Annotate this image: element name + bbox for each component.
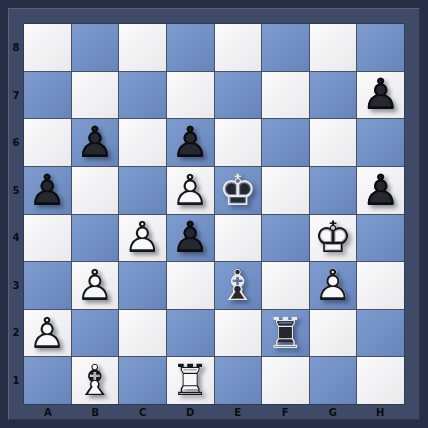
piece-glyph-outline: ♙ bbox=[76, 121, 115, 164]
square-d5[interactable]: ♟♙ bbox=[167, 167, 214, 214]
square-h5[interactable]: ♟♙ bbox=[357, 167, 404, 214]
piece-bP-b6[interactable]: ♟♙ bbox=[72, 119, 119, 166]
rank-label-4: 4 bbox=[8, 214, 24, 262]
square-a3[interactable] bbox=[24, 262, 71, 309]
square-e5[interactable]: ♚♔ bbox=[215, 167, 262, 214]
square-a8[interactable] bbox=[24, 24, 71, 71]
file-label-b: B bbox=[72, 404, 120, 420]
square-d3[interactable] bbox=[167, 262, 214, 309]
square-c2[interactable] bbox=[119, 310, 166, 357]
piece-wP-g3[interactable]: ♟♙ bbox=[310, 262, 357, 309]
piece-glyph-outline: ♙ bbox=[361, 169, 400, 212]
file-label-g: G bbox=[309, 404, 357, 420]
square-d7[interactable] bbox=[167, 72, 214, 119]
piece-wP-c4[interactable]: ♟♙ bbox=[119, 215, 166, 262]
square-g2[interactable] bbox=[310, 310, 357, 357]
square-f1[interactable] bbox=[262, 357, 309, 404]
square-c3[interactable] bbox=[119, 262, 166, 309]
piece-wP-d5[interactable]: ♟♙ bbox=[167, 167, 214, 214]
square-c1[interactable] bbox=[119, 357, 166, 404]
piece-glyph-outline: ♙ bbox=[123, 216, 162, 259]
piece-wR-d1[interactable]: ♜♖ bbox=[167, 357, 214, 404]
square-a4[interactable] bbox=[24, 215, 71, 262]
piece-wK-g4[interactable]: ♚♔ bbox=[310, 215, 357, 262]
piece-wP-a2[interactable]: ♟♙ bbox=[24, 310, 71, 357]
square-h6[interactable] bbox=[357, 119, 404, 166]
piece-glyph-outline: ♙ bbox=[76, 264, 115, 307]
square-h3[interactable] bbox=[357, 262, 404, 309]
square-g4[interactable]: ♚♔ bbox=[310, 215, 357, 262]
piece-bB-e3[interactable]: ♝♗ bbox=[215, 262, 262, 309]
square-e4[interactable] bbox=[215, 215, 262, 262]
square-a6[interactable] bbox=[24, 119, 71, 166]
chess-board: ♟♙♟♙♟♙♟♙♟♙♚♔♟♙♟♙♟♙♚♔♟♙♝♗♟♙♟♙♜♖♝♗♜♖ bbox=[24, 24, 404, 404]
file-label-h: H bbox=[357, 404, 405, 420]
rank-label-1: 1 bbox=[8, 357, 24, 405]
file-label-a: A bbox=[24, 404, 72, 420]
square-e8[interactable] bbox=[215, 24, 262, 71]
square-b3[interactable]: ♟♙ bbox=[72, 262, 119, 309]
piece-bP-d4[interactable]: ♟♙ bbox=[167, 215, 214, 262]
piece-bR-f2[interactable]: ♜♖ bbox=[262, 310, 309, 357]
square-h8[interactable] bbox=[357, 24, 404, 71]
piece-bP-h5[interactable]: ♟♙ bbox=[357, 167, 404, 214]
file-label-f: F bbox=[262, 404, 310, 420]
square-e2[interactable] bbox=[215, 310, 262, 357]
square-g7[interactable] bbox=[310, 72, 357, 119]
piece-glyph-outline: ♙ bbox=[171, 121, 210, 164]
square-a2[interactable]: ♟♙ bbox=[24, 310, 71, 357]
piece-glyph-outline: ♔ bbox=[314, 216, 353, 259]
square-f3[interactable] bbox=[262, 262, 309, 309]
square-e1[interactable] bbox=[215, 357, 262, 404]
square-h2[interactable] bbox=[357, 310, 404, 357]
square-e6[interactable] bbox=[215, 119, 262, 166]
piece-glyph-outline: ♙ bbox=[361, 73, 400, 116]
square-f4[interactable] bbox=[262, 215, 309, 262]
piece-bP-a5[interactable]: ♟♙ bbox=[24, 167, 71, 214]
square-d1[interactable]: ♜♖ bbox=[167, 357, 214, 404]
piece-glyph-outline: ♖ bbox=[171, 359, 210, 402]
square-b4[interactable] bbox=[72, 215, 119, 262]
piece-glyph-outline: ♙ bbox=[28, 169, 67, 212]
square-f8[interactable] bbox=[262, 24, 309, 71]
square-d6[interactable]: ♟♙ bbox=[167, 119, 214, 166]
square-b8[interactable] bbox=[72, 24, 119, 71]
board-frame: ♟♙♟♙♟♙♟♙♟♙♚♔♟♙♟♙♟♙♚♔♟♙♝♗♟♙♟♙♜♖♝♗♜♖ 87654… bbox=[0, 0, 428, 428]
piece-wP-b3[interactable]: ♟♙ bbox=[72, 262, 119, 309]
piece-glyph-outline: ♖ bbox=[266, 312, 305, 355]
square-h7[interactable]: ♟♙ bbox=[357, 72, 404, 119]
square-b1[interactable]: ♝♗ bbox=[72, 357, 119, 404]
piece-glyph-outline: ♙ bbox=[171, 169, 210, 212]
square-b2[interactable] bbox=[72, 310, 119, 357]
square-b6[interactable]: ♟♙ bbox=[72, 119, 119, 166]
square-g8[interactable] bbox=[310, 24, 357, 71]
square-c6[interactable] bbox=[119, 119, 166, 166]
square-c7[interactable] bbox=[119, 72, 166, 119]
square-f7[interactable] bbox=[262, 72, 309, 119]
piece-glyph-outline: ♙ bbox=[314, 264, 353, 307]
square-g3[interactable]: ♟♙ bbox=[310, 262, 357, 309]
piece-glyph-outline: ♙ bbox=[28, 312, 67, 355]
square-d2[interactable] bbox=[167, 310, 214, 357]
board-mat: ♟♙♟♙♟♙♟♙♟♙♚♔♟♙♟♙♟♙♚♔♟♙♝♗♟♙♟♙♜♖♝♗♜♖ 87654… bbox=[8, 8, 420, 420]
rank-label-7: 7 bbox=[8, 72, 24, 120]
rank-label-5: 5 bbox=[8, 167, 24, 215]
square-d8[interactable] bbox=[167, 24, 214, 71]
square-f5[interactable] bbox=[262, 167, 309, 214]
square-g1[interactable] bbox=[310, 357, 357, 404]
square-a5[interactable]: ♟♙ bbox=[24, 167, 71, 214]
piece-glyph-outline: ♗ bbox=[219, 264, 258, 307]
piece-bP-d6[interactable]: ♟♙ bbox=[167, 119, 214, 166]
piece-bK-e5[interactable]: ♚♔ bbox=[215, 167, 262, 214]
rank-label-2: 2 bbox=[8, 309, 24, 357]
square-a7[interactable] bbox=[24, 72, 71, 119]
square-h1[interactable] bbox=[357, 357, 404, 404]
square-h4[interactable] bbox=[357, 215, 404, 262]
square-a1[interactable] bbox=[24, 357, 71, 404]
square-b7[interactable] bbox=[72, 72, 119, 119]
square-g6[interactable] bbox=[310, 119, 357, 166]
piece-bP-h7[interactable]: ♟♙ bbox=[357, 72, 404, 119]
square-c5[interactable] bbox=[119, 167, 166, 214]
square-c4[interactable]: ♟♙ bbox=[119, 215, 166, 262]
piece-glyph-outline: ♔ bbox=[219, 169, 258, 212]
file-label-d: D bbox=[167, 404, 215, 420]
piece-glyph-outline: ♙ bbox=[171, 216, 210, 259]
square-f2[interactable]: ♜♖ bbox=[262, 310, 309, 357]
piece-glyph-outline: ♗ bbox=[76, 359, 115, 402]
square-e7[interactable] bbox=[215, 72, 262, 119]
file-label-c: C bbox=[119, 404, 167, 420]
square-c8[interactable] bbox=[119, 24, 166, 71]
rank-label-3: 3 bbox=[8, 262, 24, 310]
file-label-e: E bbox=[214, 404, 262, 420]
square-b5[interactable] bbox=[72, 167, 119, 214]
piece-wB-b1[interactable]: ♝♗ bbox=[72, 357, 119, 404]
rank-label-6: 6 bbox=[8, 119, 24, 167]
square-g5[interactable] bbox=[310, 167, 357, 214]
square-f6[interactable] bbox=[262, 119, 309, 166]
square-e3[interactable]: ♝♗ bbox=[215, 262, 262, 309]
square-d4[interactable]: ♟♙ bbox=[167, 215, 214, 262]
rank-label-8: 8 bbox=[8, 24, 24, 72]
